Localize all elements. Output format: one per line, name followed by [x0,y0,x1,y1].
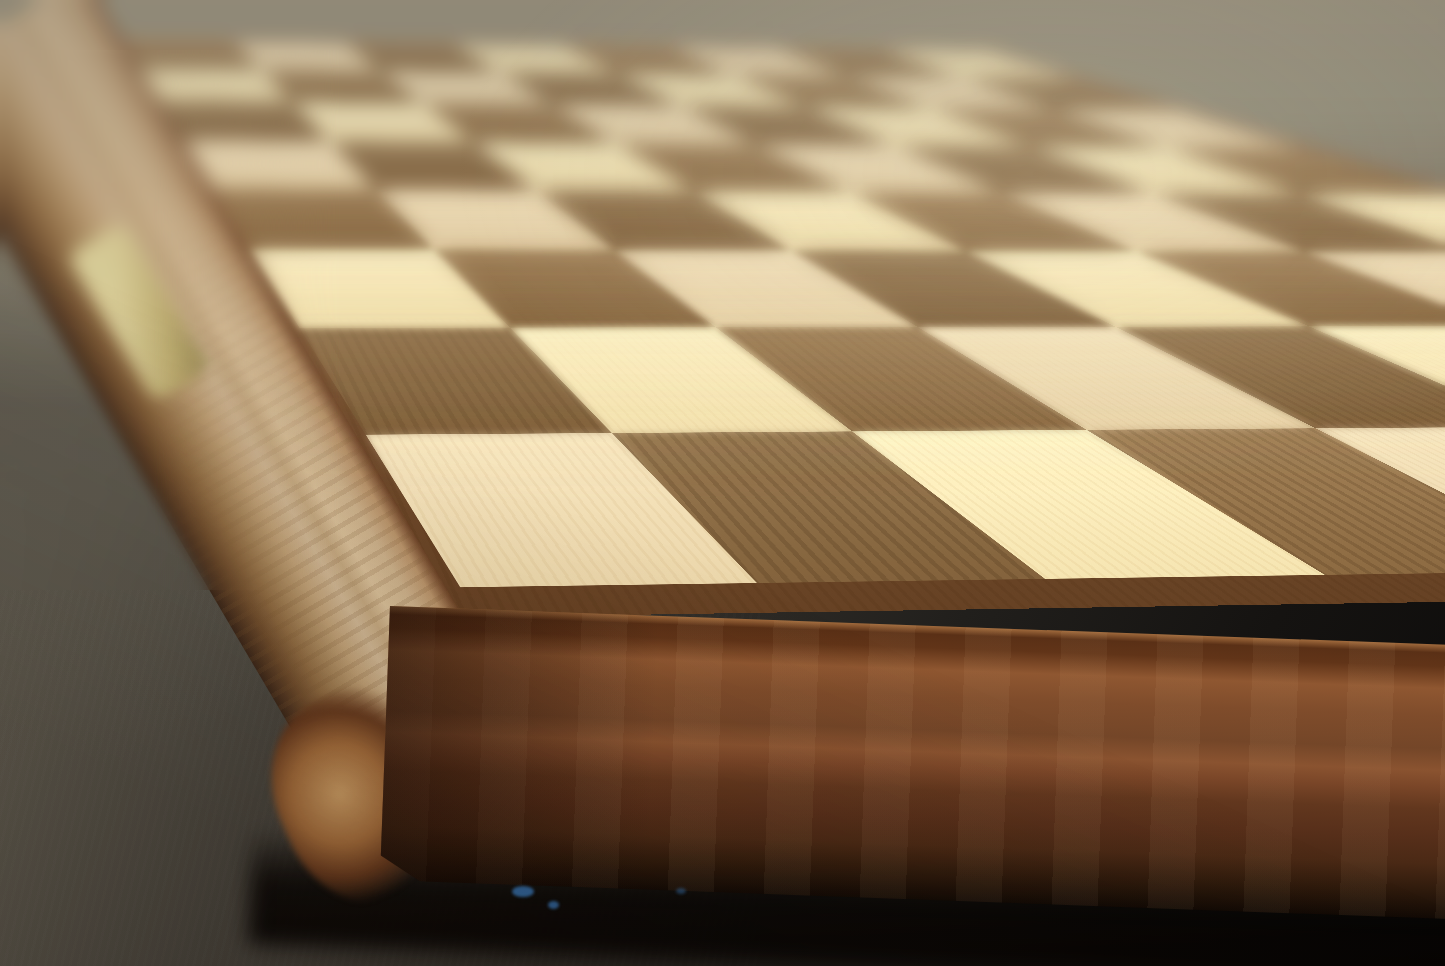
photo-canvas [0,0,1445,966]
front-molding-profile [380,606,1445,921]
depth-blur-overlay [0,50,340,590]
paint-speck [548,901,559,909]
paint-speck [512,886,534,897]
paint-speck [676,888,686,894]
